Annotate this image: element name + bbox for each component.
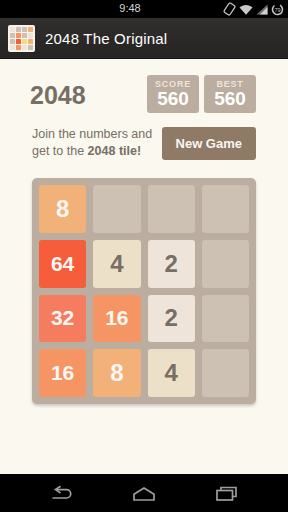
game-header: 2048 SCORE 560 BEST 560 bbox=[0, 75, 288, 113]
score-boxes: SCORE 560 BEST 560 bbox=[147, 75, 256, 113]
recents-button[interactable] bbox=[198, 474, 254, 512]
svg-text:79: 79 bbox=[274, 6, 280, 12]
back-icon bbox=[49, 485, 75, 501]
score-box: SCORE 560 bbox=[147, 75, 199, 113]
tile-4: 4 bbox=[148, 349, 195, 397]
app-icon-tile bbox=[16, 33, 21, 38]
vibrate-icon bbox=[223, 2, 236, 16]
battery-circle-icon: 79 bbox=[271, 3, 284, 16]
phone-screen: 9:48 79 2048 The Original bbox=[0, 0, 288, 512]
status-icons: 79 bbox=[223, 2, 284, 16]
empty-cell bbox=[202, 185, 249, 233]
tile-8: 8 bbox=[39, 185, 86, 233]
app-icon-tile bbox=[10, 33, 15, 38]
empty-cell bbox=[202, 295, 249, 343]
intro-text: Join the numbers and get to the 2048 til… bbox=[32, 126, 152, 160]
intro-goal: 2048 tile! bbox=[88, 144, 142, 158]
app-icon-tile bbox=[10, 39, 15, 44]
app-icon-tile bbox=[16, 27, 21, 32]
game-content: 2048 SCORE 560 BEST 560 Join the numbers… bbox=[0, 59, 288, 474]
app-icon-tile bbox=[22, 33, 27, 38]
signal-icon bbox=[256, 4, 268, 15]
tile-2: 2 bbox=[148, 240, 195, 288]
tile-64: 64 bbox=[39, 240, 86, 288]
app-title: 2048 The Original bbox=[45, 30, 167, 47]
app-icon-tile bbox=[16, 45, 21, 50]
empty-cell bbox=[148, 185, 195, 233]
tile-2: 2 bbox=[148, 295, 195, 343]
app-icon-tile bbox=[22, 45, 27, 50]
navigation-bar bbox=[0, 474, 288, 512]
app-icon-tile bbox=[10, 27, 15, 32]
empty-cell bbox=[202, 240, 249, 288]
sub-header: Join the numbers and get to the 2048 til… bbox=[0, 126, 288, 160]
recents-icon bbox=[214, 486, 239, 501]
app-icon-tile bbox=[22, 39, 27, 44]
app-icon-tile bbox=[16, 39, 21, 44]
board[interactable]: 86442321621684 bbox=[32, 178, 256, 404]
tile-16: 16 bbox=[93, 295, 140, 343]
app-icon-tile bbox=[28, 39, 33, 44]
status-bar: 9:48 79 bbox=[0, 0, 288, 18]
tile-4: 4 bbox=[93, 240, 140, 288]
empty-cell bbox=[202, 349, 249, 397]
tile-8: 8 bbox=[93, 349, 140, 397]
new-game-button[interactable]: New Game bbox=[162, 127, 256, 160]
empty-cell bbox=[93, 185, 140, 233]
app-icon-tile bbox=[28, 45, 33, 50]
clock: 9:48 bbox=[119, 2, 140, 14]
intro-line1: Join the numbers and bbox=[32, 127, 152, 141]
app-icon bbox=[8, 25, 35, 52]
wifi-icon bbox=[239, 4, 253, 15]
tile-32: 32 bbox=[39, 295, 86, 343]
app-bar: 2048 The Original bbox=[0, 18, 288, 59]
best-box: BEST 560 bbox=[204, 75, 256, 113]
page-title: 2048 bbox=[30, 81, 86, 110]
intro-line2: get to the bbox=[32, 144, 88, 158]
tile-16: 16 bbox=[39, 349, 86, 397]
app-icon-tile bbox=[28, 27, 33, 32]
app-icon-tile bbox=[22, 27, 27, 32]
back-button[interactable] bbox=[34, 474, 90, 512]
home-button[interactable] bbox=[116, 474, 172, 512]
app-icon-tile bbox=[28, 33, 33, 38]
app-icon-tile bbox=[10, 45, 15, 50]
best-value: 560 bbox=[214, 89, 246, 109]
home-icon bbox=[131, 486, 157, 501]
score-value: 560 bbox=[157, 89, 189, 109]
